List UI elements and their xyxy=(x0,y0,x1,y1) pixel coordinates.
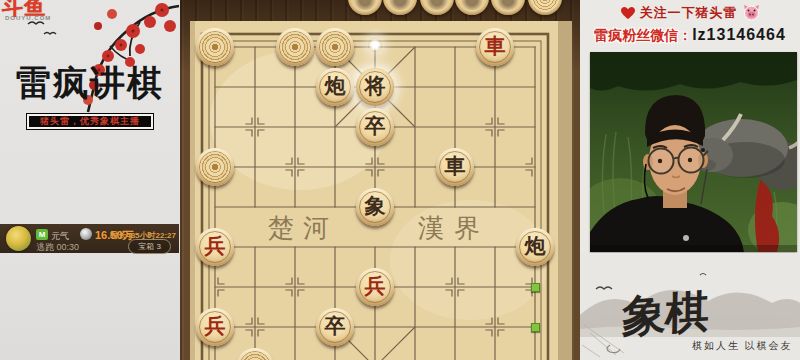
piece-red-兵-f4r6[interactable]: 兵 xyxy=(356,268,394,306)
piece-glyph: 卒 xyxy=(325,316,346,337)
check-sparkle-effect xyxy=(368,38,382,52)
right-panel: 关注一下猪头雷 雷疯粉丝微信：lz13146464 xyxy=(580,0,800,360)
piece-red-車-f7r0[interactable]: 車 xyxy=(476,28,514,66)
river-label-right: 漢界 xyxy=(418,214,490,243)
piece-glyph: 将 xyxy=(365,76,386,97)
douyu-logo-subtext: DOUYU.COM xyxy=(5,15,51,21)
piece-glyph: 車 xyxy=(445,156,466,177)
bottom-art-panel: 象棋 棋如人生 以棋会友 xyxy=(580,253,800,360)
stream-screen: 斗鱼 DOUYU.COM 雷疯讲棋 猪头雷，优秀象棋主播 M 元气 16.50万… xyxy=(0,0,800,360)
piece-glyph: 兵 xyxy=(205,316,226,337)
xiangqi-board-panel: 楚河 漢界 車炮将卒車象兵炮兵兵卒 xyxy=(180,0,580,360)
streamer-banner: 猪头雷，优秀象棋主播 xyxy=(27,114,153,129)
streamer-banner-text: 猪头雷，优秀象棋主播 xyxy=(40,115,140,128)
piece-black-炮-f8r5[interactable]: 炮 xyxy=(516,228,554,266)
captured-piece-character xyxy=(388,0,412,10)
piece-facedown-f0r3[interactable] xyxy=(196,148,234,186)
captured-piece-character xyxy=(460,0,484,10)
tree-line xyxy=(590,52,797,91)
piece-black-象-f4r4[interactable]: 象 xyxy=(356,188,394,226)
piece-glyph: 卒 xyxy=(365,116,386,137)
stream-title: 雷疯讲棋 xyxy=(0,60,180,107)
escape-timer: 逃跑 00:30 xyxy=(36,241,79,254)
streamer-avatar[interactable] xyxy=(6,226,31,251)
piece-black-卒-f3r7[interactable]: 卒 xyxy=(316,308,354,346)
webcam-video xyxy=(590,52,797,252)
facedown-back-pattern xyxy=(200,32,230,62)
facedown-back-pattern xyxy=(320,32,350,62)
piece-glyph: 兵 xyxy=(365,276,386,297)
motto-text: 棋如人生 以棋会友 xyxy=(692,339,793,353)
piece-glyph: 炮 xyxy=(525,236,546,257)
captured-piece-character xyxy=(496,0,520,10)
piece-facedown-f0r0[interactable] xyxy=(196,28,234,66)
facedown-back-pattern xyxy=(200,152,230,182)
last-move-marker xyxy=(531,323,540,332)
bird-marks xyxy=(28,22,56,34)
wechat-label: 雷疯粉丝微信： xyxy=(594,28,692,43)
fan-badge: M xyxy=(36,229,48,240)
captured-piece-character xyxy=(425,0,449,10)
piece-red-兵-f0r7[interactable]: 兵 xyxy=(196,308,234,346)
piece-facedown-f2r0[interactable] xyxy=(276,28,314,66)
facedown-back-pattern xyxy=(240,352,270,360)
wechat-id: lz13146464 xyxy=(692,26,786,43)
left-panel: 斗鱼 DOUYU.COM 雷疯讲棋 猪头雷，优秀象棋主播 M 元气 16.50万… xyxy=(0,0,180,360)
treasure-chest-button[interactable]: 宝箱 3 xyxy=(128,239,171,254)
follow-text: 关注一下猪头雷 xyxy=(640,4,738,22)
piece-black-車-f6r3[interactable]: 車 xyxy=(436,148,474,186)
piece-black-卒-f4r2[interactable]: 卒 xyxy=(356,108,394,146)
follow-line: 关注一下猪头雷 xyxy=(580,4,800,22)
piece-black-炮-f3r1[interactable]: 炮 xyxy=(316,68,354,106)
piece-black-将-f4r1[interactable]: 将 xyxy=(356,68,394,106)
piece-glyph: 炮 xyxy=(325,76,346,97)
heart-icon xyxy=(621,7,635,20)
piece-glyph: 象 xyxy=(365,196,386,217)
facedown-back-pattern xyxy=(280,32,310,62)
xiangqi-calligraphy: 象棋 xyxy=(622,290,709,340)
piece-glyph: 兵 xyxy=(205,236,226,257)
captured-piece-character xyxy=(353,0,377,10)
piece-facedown-f3r0[interactable] xyxy=(316,28,354,66)
stream-info-bar: M 元气 16.50万 时长485小时22:27 逃跑 00:30 宝箱 3 xyxy=(0,224,179,253)
hot-icon xyxy=(80,228,92,240)
piece-glyph: 車 xyxy=(485,36,506,57)
pig-icon xyxy=(743,5,760,21)
facedown-back-pattern xyxy=(531,0,559,12)
piece-red-兵-f0r5[interactable]: 兵 xyxy=(196,228,234,266)
wechat-line: 雷疯粉丝微信：lz13146464 xyxy=(580,26,800,45)
river-label-left: 楚河 xyxy=(268,214,338,243)
xiangqi-board[interactable]: 楚河 漢界 xyxy=(180,0,580,360)
last-move-marker xyxy=(531,283,540,292)
